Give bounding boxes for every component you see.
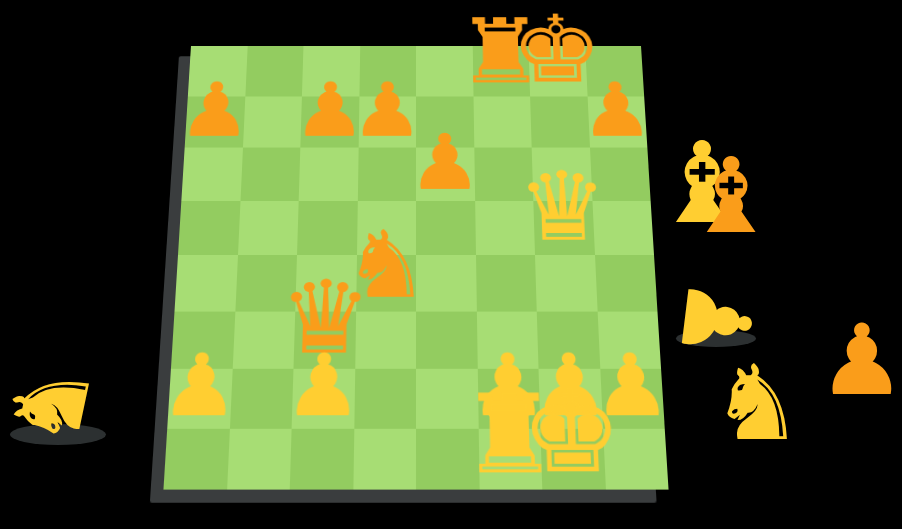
chess-board: ♜♚♟♟♟♟♟♛♞♛♟♟♟♟♟♜♚ [163, 46, 668, 490]
orange-pawn-icon[interactable]: ♟ [578, 73, 655, 148]
square-g5[interactable]: ♛ [533, 201, 594, 255]
square-a2[interactable]: ♟ [167, 369, 232, 428]
square-b6[interactable] [240, 148, 300, 201]
chess-scene: ♜♚♟♟♟♟♟♛♞♛♟♟♟♟♟♜♚ ♞ ♝ ♝ ♟ ♞ ♟ [0, 0, 902, 529]
yellow-queen-icon[interactable]: ♛ [516, 159, 610, 255]
square-a5[interactable] [178, 201, 240, 255]
square-b5[interactable] [238, 201, 299, 255]
square-c2[interactable]: ♟ [292, 369, 355, 428]
captured-bishop-orange: ♝ [684, 144, 777, 248]
square-h4[interactable] [595, 255, 658, 311]
square-a6[interactable] [181, 148, 242, 201]
square-e6[interactable]: ♟ [416, 148, 475, 201]
square-a1[interactable] [163, 428, 229, 489]
square-b1[interactable] [227, 428, 292, 489]
yellow-king-icon[interactable]: ♚ [520, 376, 626, 490]
square-g4[interactable] [535, 255, 597, 311]
square-d6[interactable] [357, 148, 416, 201]
captured-knight-yellow: ♞ [710, 351, 803, 455]
square-f4[interactable] [476, 255, 537, 311]
yellow-pawn-icon[interactable]: ♟ [283, 342, 363, 428]
captured-knight-fallen-left: ♞ [0, 351, 107, 457]
square-d2[interactable] [354, 369, 416, 428]
square-d7[interactable]: ♟ [358, 96, 416, 147]
orange-pawn-icon[interactable]: ♟ [177, 73, 254, 148]
square-d1[interactable] [353, 428, 416, 489]
square-h7[interactable]: ♟ [587, 96, 647, 147]
square-c6[interactable] [299, 148, 358, 201]
square-a4[interactable] [175, 255, 238, 311]
yellow-pawn-icon[interactable]: ♟ [159, 342, 242, 428]
captured-pawn-orange: ♟ [818, 311, 902, 409]
square-c1[interactable] [290, 428, 354, 489]
orange-pawn-icon[interactable]: ♟ [408, 124, 482, 201]
square-g1[interactable]: ♚ [540, 428, 605, 489]
square-a7[interactable]: ♟ [185, 96, 245, 147]
board-grid: ♜♚♟♟♟♟♟♛♞♛♟♟♟♟♟♜♚ [163, 46, 668, 490]
